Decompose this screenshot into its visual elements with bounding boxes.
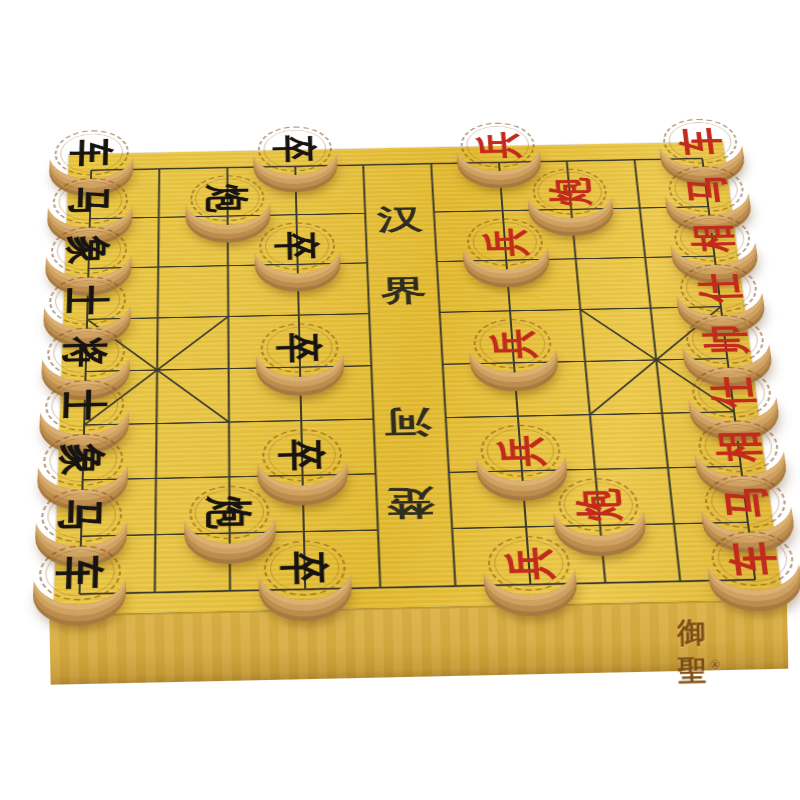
piece-red-advisor[interactable]: 仕	[671, 259, 766, 316]
piece-glyph: 兵	[460, 214, 551, 270]
piece-red-cannon[interactable]: 炮	[524, 164, 615, 219]
piece-black-chariot[interactable]: 车	[32, 540, 128, 606]
piece-glyph: 士	[42, 272, 132, 330]
piece-red-general[interactable]: 帅	[677, 310, 773, 369]
piece-glyph: 仕	[683, 362, 781, 422]
piece-red-soldier[interactable]: 兵	[466, 314, 560, 373]
piece-glyph: 兵	[453, 118, 542, 172]
piece-glyph: 马	[46, 173, 134, 228]
piece-glyph: 马	[660, 162, 753, 217]
piece-red-soldier[interactable]: 兵	[460, 214, 551, 270]
piece-black-soldier[interactable]: 卒	[253, 218, 342, 274]
piece-glyph: 将	[40, 323, 131, 382]
piece-red-cannon[interactable]: 炮	[549, 473, 648, 537]
registered-mark: ®	[710, 658, 720, 673]
brand-logo: 御聖®	[677, 612, 764, 690]
piece-black-soldier[interactable]: 卒	[252, 122, 339, 176]
piece-glyph: 象	[36, 429, 130, 491]
piece-black-soldier[interactable]: 卒	[256, 424, 349, 486]
piece-black-horse[interactable]: 马	[34, 484, 129, 548]
piece-black-elephant[interactable]: 象	[36, 429, 130, 491]
piece-glyph: 象	[44, 222, 133, 278]
piece-glyph: 兵	[480, 531, 579, 596]
piece-glyph: 马	[34, 484, 129, 548]
piece-glyph: 相	[689, 415, 788, 477]
piece-glyph: 炮	[524, 164, 615, 219]
board-front-edge: 御聖®	[49, 599, 788, 685]
piece-glyph: 卒	[256, 424, 349, 486]
piece-glyph: 相	[666, 210, 760, 266]
piece-black-elephant[interactable]: 象	[44, 222, 133, 278]
piece-red-soldier[interactable]: 兵	[473, 420, 569, 482]
piece-glyph: 仕	[671, 259, 766, 316]
piece-black-cannon[interactable]: 炮	[183, 481, 277, 545]
piece-red-chariot[interactable]: 车	[702, 526, 800, 591]
piece-red-advisor[interactable]: 仕	[683, 362, 781, 422]
piece-black-chariot[interactable]: 车	[48, 126, 135, 180]
piece-glyph: 车	[702, 526, 800, 591]
piece-glyph: 卒	[252, 122, 339, 176]
piece-black-general[interactable]: 将	[40, 323, 131, 382]
xiangqi-product-photo: 汉 界 河 楚 车卒兵车马炮炮马象卒兵相士仕将卒兵帅士仕象卒兵相马炮炮马车卒兵车…	[0, 0, 800, 800]
piece-black-horse[interactable]: 马	[46, 173, 134, 228]
piece-red-elephant[interactable]: 相	[689, 415, 788, 477]
piece-black-soldier[interactable]: 卒	[254, 319, 345, 378]
piece-black-soldier[interactable]: 卒	[257, 535, 353, 601]
piece-glyph: 兵	[473, 420, 569, 482]
brand-name: 御聖	[677, 616, 722, 687]
piece-red-chariot[interactable]: 车	[655, 115, 747, 168]
piece-glyph: 卒	[254, 319, 345, 378]
piece-glyph: 帅	[677, 310, 773, 369]
piece-glyph: 车	[48, 126, 135, 180]
perspective-wrapper: 汉 界 河 楚 车卒兵车马炮炮马象卒兵相士仕将卒兵帅士仕象卒兵相马炮炮马车卒兵车…	[62, 9, 752, 721]
piece-black-advisor[interactable]: 士	[42, 272, 132, 330]
piece-black-advisor[interactable]: 士	[38, 375, 131, 436]
piece-black-cannon[interactable]: 炮	[184, 171, 271, 226]
piece-glyph: 马	[695, 470, 795, 534]
piece-glyph: 炮	[183, 481, 277, 545]
piece-red-soldier[interactable]: 兵	[480, 531, 579, 596]
piece-glyph: 士	[38, 375, 131, 436]
pieces-layer: 车卒兵车马炮炮马象卒兵相士仕将卒兵帅士仕象卒兵相马炮炮马车卒兵车	[53, 142, 782, 615]
piece-glyph: 炮	[184, 171, 271, 226]
piece-glyph: 炮	[549, 473, 648, 537]
piece-glyph: 车	[32, 540, 128, 606]
piece-glyph: 卒	[253, 218, 342, 274]
piece-glyph: 卒	[257, 535, 353, 601]
piece-glyph: 兵	[466, 314, 560, 373]
xiangqi-board: 汉 界 河 楚 车卒兵车马炮炮马象卒兵相士仕将卒兵帅士仕象卒兵相马炮炮马车卒兵车…	[53, 142, 782, 615]
piece-red-horse[interactable]: 马	[660, 162, 753, 217]
piece-red-soldier[interactable]: 兵	[453, 118, 542, 172]
piece-red-horse[interactable]: 马	[695, 470, 795, 534]
piece-glyph: 车	[655, 115, 747, 168]
piece-red-elephant[interactable]: 相	[666, 210, 760, 266]
